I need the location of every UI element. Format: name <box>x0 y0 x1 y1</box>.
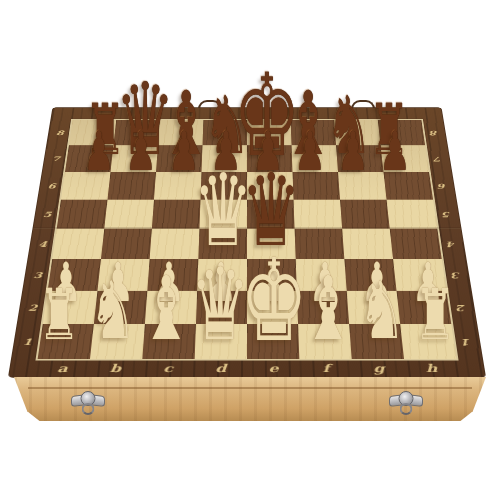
square-e4 <box>247 229 296 259</box>
square-g6 <box>338 172 387 200</box>
square-h2 <box>397 291 452 324</box>
file-label-e: e <box>268 362 278 375</box>
file-label-b: b <box>109 362 121 375</box>
file-label-c: c <box>163 362 173 375</box>
board-squares <box>38 120 457 359</box>
square-a2 <box>43 291 98 324</box>
square-d5 <box>199 200 247 229</box>
square-f1 <box>298 324 352 359</box>
square-a4 <box>52 229 104 259</box>
rank-label-left-6: 6 <box>47 182 56 190</box>
square-e2 <box>247 291 298 324</box>
square-a8 <box>69 120 116 145</box>
square-g8 <box>334 120 380 145</box>
square-h6 <box>383 172 433 200</box>
square-c1 <box>142 324 196 359</box>
square-b1 <box>90 324 145 359</box>
square-g4 <box>342 229 393 259</box>
square-f3 <box>296 259 347 291</box>
rank-label-left-4: 4 <box>38 239 48 248</box>
square-g7 <box>336 145 383 172</box>
square-b5 <box>104 200 154 229</box>
rank-label-right-8: 8 <box>430 129 439 136</box>
rank-label-left-1: 1 <box>22 336 32 346</box>
rank-label-left-2: 2 <box>28 303 38 312</box>
rank-label-right-5: 5 <box>442 210 451 218</box>
square-h1 <box>400 324 456 359</box>
square-e1 <box>247 324 299 359</box>
square-f2 <box>297 291 349 324</box>
rank-label-left-3: 3 <box>33 270 43 279</box>
square-b8 <box>113 120 159 145</box>
square-d6 <box>200 172 247 200</box>
square-f8 <box>291 120 336 145</box>
rank-label-left-8: 8 <box>56 129 65 136</box>
square-h7 <box>381 145 429 172</box>
file-label-g: g <box>373 362 385 375</box>
square-b4 <box>101 229 152 259</box>
square-d3 <box>197 259 247 291</box>
square-h5 <box>387 200 438 229</box>
square-d4 <box>198 229 247 259</box>
square-d1 <box>195 324 247 359</box>
square-g5 <box>340 200 390 229</box>
latch-icon <box>389 389 423 413</box>
square-d7 <box>202 145 247 172</box>
rank-label-right-3: 3 <box>451 270 461 279</box>
chess-board: abcdefgh8877665544332211 <box>9 108 485 377</box>
square-h3 <box>393 259 446 291</box>
square-e6 <box>247 172 294 200</box>
square-a3 <box>48 259 101 291</box>
square-e3 <box>247 259 297 291</box>
square-c7 <box>156 145 202 172</box>
square-c2 <box>145 291 197 324</box>
rank-label-left-7: 7 <box>52 155 61 163</box>
square-b3 <box>97 259 149 291</box>
square-a6 <box>61 172 111 200</box>
square-c5 <box>152 200 201 229</box>
square-e5 <box>247 200 295 229</box>
rank-label-right-1: 1 <box>461 336 471 346</box>
rank-label-right-6: 6 <box>438 182 447 190</box>
rank-label-right-2: 2 <box>456 303 466 312</box>
square-c8 <box>158 120 203 145</box>
square-g1 <box>349 324 404 359</box>
square-c6 <box>154 172 202 200</box>
square-d8 <box>202 120 247 145</box>
square-e8 <box>247 120 292 145</box>
rank-label-right-4: 4 <box>447 239 457 248</box>
square-c3 <box>147 259 198 291</box>
square-e7 <box>247 145 292 172</box>
fold-seam <box>33 227 460 229</box>
square-f4 <box>295 229 345 259</box>
square-c4 <box>150 229 200 259</box>
file-label-d: d <box>215 362 226 375</box>
latch-icon <box>71 389 105 413</box>
square-d2 <box>196 291 247 324</box>
square-a5 <box>57 200 108 229</box>
square-g2 <box>347 291 401 324</box>
square-f5 <box>294 200 343 229</box>
rank-label-right-7: 7 <box>434 155 443 163</box>
square-h8 <box>378 120 425 145</box>
square-b7 <box>111 145 158 172</box>
square-f6 <box>292 172 340 200</box>
square-b2 <box>94 291 148 324</box>
square-h4 <box>390 229 442 259</box>
rank-label-left-5: 5 <box>43 210 52 218</box>
square-a1 <box>38 324 94 359</box>
square-b6 <box>107 172 156 200</box>
file-label-f: f <box>322 362 330 375</box>
file-label-h: h <box>425 362 438 375</box>
latch-loop <box>400 403 413 415</box>
square-g3 <box>344 259 396 291</box>
square-f7 <box>292 145 338 172</box>
file-label-a: a <box>57 362 69 375</box>
latch-loop <box>82 403 95 415</box>
square-a7 <box>65 145 113 172</box>
product-photo: abcdefgh8877665544332211 ♜♛♝♞♚♝♞♜♟♟♟♟♟♟♟… <box>0 0 500 500</box>
